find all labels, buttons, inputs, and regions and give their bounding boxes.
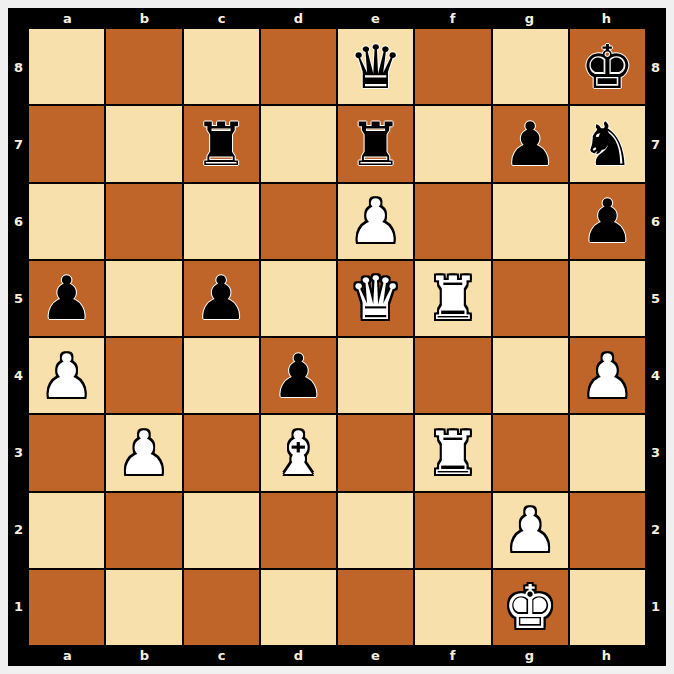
rank-label-5: 5 bbox=[8, 260, 29, 337]
piece-black-rook[interactable]: ♜ bbox=[194, 114, 248, 174]
square-f6[interactable] bbox=[415, 184, 490, 259]
square-e5[interactable]: ♛ bbox=[338, 261, 413, 336]
piece-white-pawn[interactable]: ♟ bbox=[503, 500, 557, 560]
square-d3[interactable]: ♝ bbox=[261, 415, 336, 490]
square-e8[interactable]: ♛ bbox=[338, 29, 413, 104]
piece-white-king[interactable]: ♚ bbox=[503, 577, 557, 637]
file-label-e: e bbox=[337, 645, 414, 666]
rank-label-1: 1 bbox=[8, 568, 29, 645]
rank-label-3: 3 bbox=[8, 414, 29, 491]
rank-label-4: 4 bbox=[645, 337, 666, 414]
rank-label-7: 7 bbox=[645, 106, 666, 183]
square-g7[interactable]: ♟ bbox=[493, 106, 568, 181]
piece-white-pawn[interactable]: ♟ bbox=[349, 191, 403, 251]
rank-labels-right: 87654321 bbox=[645, 29, 666, 645]
file-label-d: d bbox=[260, 8, 337, 29]
piece-black-pawn[interactable]: ♟ bbox=[40, 268, 94, 328]
square-h8[interactable]: ♚ bbox=[570, 29, 645, 104]
rank-label-7: 7 bbox=[8, 106, 29, 183]
square-c5[interactable]: ♟ bbox=[184, 261, 259, 336]
square-b3[interactable]: ♟ bbox=[106, 415, 181, 490]
file-label-g: g bbox=[491, 645, 568, 666]
square-c3[interactable] bbox=[184, 415, 259, 490]
piece-black-queen[interactable]: ♛ bbox=[349, 37, 403, 97]
rank-label-6: 6 bbox=[8, 183, 29, 260]
rank-label-3: 3 bbox=[645, 414, 666, 491]
file-label-f: f bbox=[414, 645, 491, 666]
square-g1[interactable]: ♚ bbox=[493, 570, 568, 645]
square-g5[interactable] bbox=[493, 261, 568, 336]
square-c8[interactable] bbox=[184, 29, 259, 104]
square-g3[interactable] bbox=[493, 415, 568, 490]
piece-white-queen[interactable]: ♛ bbox=[349, 268, 403, 328]
piece-black-pawn[interactable]: ♟ bbox=[194, 268, 248, 328]
file-label-c: c bbox=[183, 645, 260, 666]
square-d4[interactable]: ♟ bbox=[261, 338, 336, 413]
file-label-h: h bbox=[568, 8, 645, 29]
square-a2[interactable] bbox=[29, 493, 104, 568]
square-d7[interactable] bbox=[261, 106, 336, 181]
square-d5[interactable] bbox=[261, 261, 336, 336]
chess-board: ♛♚♜♜♟♞♟♟♟♟♛♜♟♟♟♟♝♜♟♚ bbox=[29, 29, 645, 645]
rank-label-2: 2 bbox=[645, 491, 666, 568]
piece-white-rook[interactable]: ♜ bbox=[426, 423, 480, 483]
square-e4[interactable] bbox=[338, 338, 413, 413]
piece-white-bishop[interactable]: ♝ bbox=[271, 423, 325, 483]
square-a5[interactable]: ♟ bbox=[29, 261, 104, 336]
square-a8[interactable] bbox=[29, 29, 104, 104]
square-c2[interactable] bbox=[184, 493, 259, 568]
square-g6[interactable] bbox=[493, 184, 568, 259]
square-g2[interactable]: ♟ bbox=[493, 493, 568, 568]
square-f3[interactable]: ♜ bbox=[415, 415, 490, 490]
square-a4[interactable]: ♟ bbox=[29, 338, 104, 413]
square-f7[interactable] bbox=[415, 106, 490, 181]
square-f4[interactable] bbox=[415, 338, 490, 413]
square-c7[interactable]: ♜ bbox=[184, 106, 259, 181]
rank-label-1: 1 bbox=[645, 568, 666, 645]
square-h2[interactable] bbox=[570, 493, 645, 568]
square-d1[interactable] bbox=[261, 570, 336, 645]
square-g8[interactable] bbox=[493, 29, 568, 104]
square-b6[interactable] bbox=[106, 184, 181, 259]
piece-white-pawn[interactable]: ♟ bbox=[117, 423, 171, 483]
square-b5[interactable] bbox=[106, 261, 181, 336]
file-labels-bottom: abcdefgh bbox=[29, 645, 645, 666]
square-f5[interactable]: ♜ bbox=[415, 261, 490, 336]
square-f2[interactable] bbox=[415, 493, 490, 568]
piece-black-pawn[interactable]: ♟ bbox=[580, 191, 634, 251]
square-h6[interactable]: ♟ bbox=[570, 184, 645, 259]
rank-labels-left: 87654321 bbox=[8, 29, 29, 645]
square-e7[interactable]: ♜ bbox=[338, 106, 413, 181]
square-g4[interactable] bbox=[493, 338, 568, 413]
file-label-c: c bbox=[183, 8, 260, 29]
file-label-a: a bbox=[29, 645, 106, 666]
file-label-a: a bbox=[29, 8, 106, 29]
chess-board-frame: abcdefgh 87654321 ♛♚♜♜♟♞♟♟♟♟♛♜♟♟♟♟♝♜♟♚ 8… bbox=[8, 8, 666, 666]
square-h3[interactable] bbox=[570, 415, 645, 490]
piece-white-pawn[interactable]: ♟ bbox=[580, 346, 634, 406]
square-h5[interactable] bbox=[570, 261, 645, 336]
square-h1[interactable] bbox=[570, 570, 645, 645]
file-label-g: g bbox=[491, 8, 568, 29]
square-d6[interactable] bbox=[261, 184, 336, 259]
square-c4[interactable] bbox=[184, 338, 259, 413]
square-f1[interactable] bbox=[415, 570, 490, 645]
square-e3[interactable] bbox=[338, 415, 413, 490]
piece-black-pawn[interactable]: ♟ bbox=[503, 114, 557, 174]
square-d8[interactable] bbox=[261, 29, 336, 104]
square-a7[interactable] bbox=[29, 106, 104, 181]
square-b2[interactable] bbox=[106, 493, 181, 568]
piece-white-rook[interactable]: ♜ bbox=[426, 268, 480, 328]
rank-label-5: 5 bbox=[645, 260, 666, 337]
rank-label-8: 8 bbox=[8, 29, 29, 106]
square-a6[interactable] bbox=[29, 184, 104, 259]
rank-label-2: 2 bbox=[8, 491, 29, 568]
square-h7[interactable]: ♞ bbox=[570, 106, 645, 181]
piece-black-knight[interactable]: ♞ bbox=[580, 114, 634, 174]
rank-label-8: 8 bbox=[645, 29, 666, 106]
piece-white-pawn[interactable]: ♟ bbox=[40, 346, 94, 406]
square-b7[interactable] bbox=[106, 106, 181, 181]
square-e6[interactable]: ♟ bbox=[338, 184, 413, 259]
square-b8[interactable] bbox=[106, 29, 181, 104]
square-b1[interactable] bbox=[106, 570, 181, 645]
file-label-b: b bbox=[106, 8, 183, 29]
square-b4[interactable] bbox=[106, 338, 181, 413]
square-c1[interactable] bbox=[184, 570, 259, 645]
square-c6[interactable] bbox=[184, 184, 259, 259]
file-labels-top: abcdefgh bbox=[29, 8, 645, 29]
square-f8[interactable] bbox=[415, 29, 490, 104]
square-h4[interactable]: ♟ bbox=[570, 338, 645, 413]
square-a3[interactable] bbox=[29, 415, 104, 490]
file-label-h: h bbox=[568, 645, 645, 666]
file-label-e: e bbox=[337, 8, 414, 29]
piece-black-pawn[interactable]: ♟ bbox=[271, 346, 325, 406]
square-e1[interactable] bbox=[338, 570, 413, 645]
piece-black-rook[interactable]: ♜ bbox=[349, 114, 403, 174]
file-label-d: d bbox=[260, 645, 337, 666]
rank-label-4: 4 bbox=[8, 337, 29, 414]
file-label-b: b bbox=[106, 645, 183, 666]
square-a1[interactable] bbox=[29, 570, 104, 645]
file-label-f: f bbox=[414, 8, 491, 29]
square-d2[interactable] bbox=[261, 493, 336, 568]
rank-label-6: 6 bbox=[645, 183, 666, 260]
square-e2[interactable] bbox=[338, 493, 413, 568]
piece-black-king[interactable]: ♚ bbox=[580, 37, 634, 97]
